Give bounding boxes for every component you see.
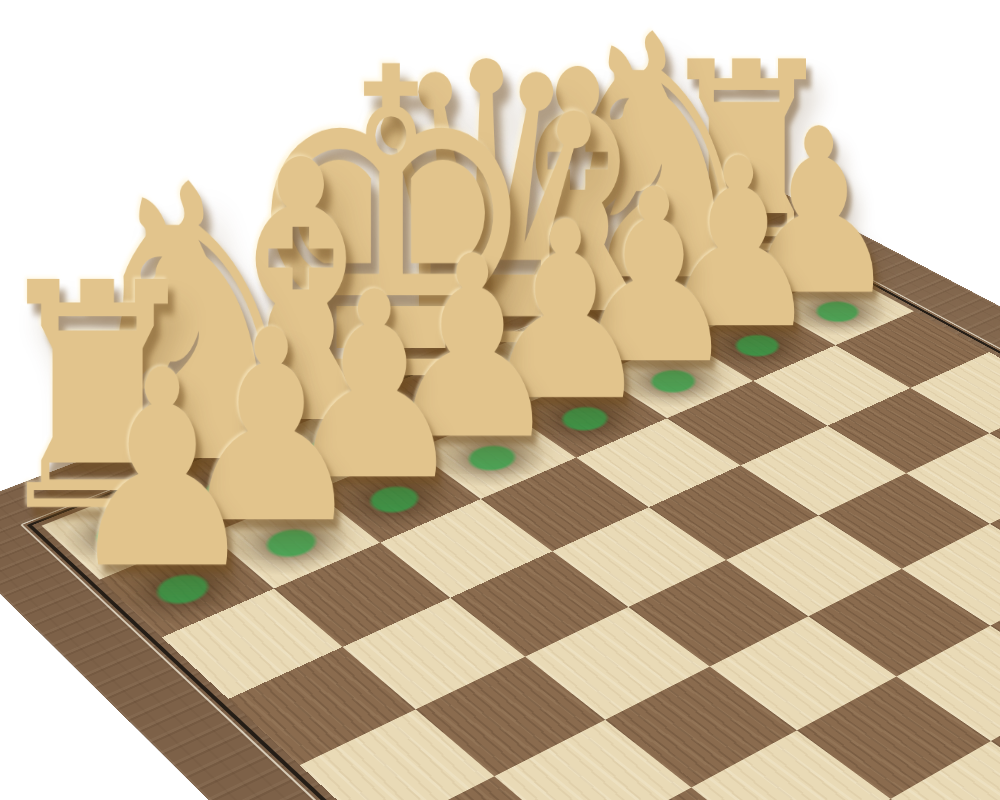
- chess-set-photo: ♜♞♝♚♛♝♞♜♟♟♟♟♟♟♟♟: [0, 0, 1000, 800]
- piece-white-pawn-h2: ♟: [65, 334, 260, 606]
- chess-board: ♜♞♝♚♛♝♞♜♟♟♟♟♟♟♟♟: [0, 193, 1000, 800]
